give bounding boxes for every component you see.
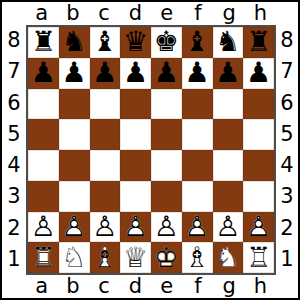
square-e3[interactable] xyxy=(151,181,182,212)
file-label-a: a xyxy=(26,275,57,298)
square-d2[interactable]: ♟♙ xyxy=(120,212,151,243)
piece-white-pawn: ♟♙ xyxy=(90,212,121,243)
square-g6[interactable] xyxy=(213,89,244,120)
square-d4[interactable] xyxy=(120,150,151,181)
file-label-d: d xyxy=(120,2,151,25)
rank-label-6: 6 xyxy=(2,88,26,119)
piece-white-rook: ♜♖ xyxy=(28,242,59,273)
piece-black-pawn: ♟ xyxy=(151,58,182,89)
piece-white-knight: ♞♘ xyxy=(59,242,90,273)
square-a6[interactable] xyxy=(28,89,59,120)
chess-board: ♜♞♝♛♚♝♞♜♟♟♟♟♟♟♟♟♟♙♟♙♟♙♟♙♟♙♟♙♟♙♟♙♜♖♞♘♝♗♛♕… xyxy=(26,25,276,275)
piece-white-queen: ♛♕ xyxy=(120,242,151,273)
square-a7[interactable]: ♟ xyxy=(28,58,59,89)
rank-label-4: 4 xyxy=(2,150,26,181)
square-b4[interactable] xyxy=(59,150,90,181)
piece-black-bishop: ♝ xyxy=(90,27,121,58)
piece-white-bishop: ♝♗ xyxy=(90,242,121,273)
file-label-c: c xyxy=(89,275,120,298)
piece-black-pawn: ♟ xyxy=(243,58,274,89)
file-label-e: e xyxy=(151,2,182,25)
square-a2[interactable]: ♟♙ xyxy=(28,212,59,243)
square-d3[interactable] xyxy=(120,181,151,212)
square-c6[interactable] xyxy=(90,89,121,120)
square-f3[interactable] xyxy=(182,181,213,212)
piece-black-pawn: ♟ xyxy=(59,58,90,89)
piece-white-rook: ♜♖ xyxy=(243,242,274,273)
rank-label-5: 5 xyxy=(2,119,26,150)
piece-white-pawn: ♟♙ xyxy=(243,212,274,243)
square-e4[interactable] xyxy=(151,150,182,181)
rank-labels-left: 87654321 xyxy=(2,25,26,275)
rank-label-3: 3 xyxy=(2,181,26,212)
rank-label-7: 7 xyxy=(276,56,298,87)
square-f2[interactable]: ♟♙ xyxy=(182,212,213,243)
square-a8[interactable]: ♜ xyxy=(28,27,59,58)
file-label-f: f xyxy=(182,275,213,298)
square-c7[interactable]: ♟ xyxy=(90,58,121,89)
square-g7[interactable]: ♟ xyxy=(213,58,244,89)
rank-label-5: 5 xyxy=(276,119,298,150)
square-b3[interactable] xyxy=(59,181,90,212)
piece-black-knight: ♞ xyxy=(213,27,244,58)
square-h2[interactable]: ♟♙ xyxy=(243,212,274,243)
square-e5[interactable] xyxy=(151,119,182,150)
rank-label-3: 3 xyxy=(276,181,298,212)
square-f4[interactable] xyxy=(182,150,213,181)
chessboard-diagram: abcdefgh 87654321 ♜♞♝♛♚♝♞♜♟♟♟♟♟♟♟♟♟♙♟♙♟♙… xyxy=(0,0,300,300)
square-g4[interactable] xyxy=(213,150,244,181)
file-label-b: b xyxy=(57,275,88,298)
square-d7[interactable]: ♟ xyxy=(120,58,151,89)
piece-black-knight: ♞ xyxy=(59,27,90,58)
square-a5[interactable] xyxy=(28,119,59,150)
file-label-b: b xyxy=(57,2,88,25)
square-h6[interactable] xyxy=(243,89,274,120)
square-c3[interactable] xyxy=(90,181,121,212)
rank-label-7: 7 xyxy=(2,56,26,87)
piece-black-rook: ♜ xyxy=(28,27,59,58)
piece-black-pawn: ♟ xyxy=(90,58,121,89)
piece-black-pawn: ♟ xyxy=(120,58,151,89)
square-h7[interactable]: ♟ xyxy=(243,58,274,89)
piece-black-rook: ♜ xyxy=(243,27,274,58)
square-a1[interactable]: ♜♖ xyxy=(28,242,59,273)
piece-white-king: ♚♔ xyxy=(151,242,182,273)
square-g2[interactable]: ♟♙ xyxy=(213,212,244,243)
file-label-g: g xyxy=(214,2,245,25)
square-c5[interactable] xyxy=(90,119,121,150)
square-a3[interactable] xyxy=(28,181,59,212)
square-a4[interactable] xyxy=(28,150,59,181)
square-f8[interactable]: ♝ xyxy=(182,27,213,58)
square-b5[interactable] xyxy=(59,119,90,150)
square-e6[interactable] xyxy=(151,89,182,120)
square-h8[interactable]: ♜ xyxy=(243,27,274,58)
square-d8[interactable]: ♛ xyxy=(120,27,151,58)
square-f1[interactable]: ♝♗ xyxy=(182,242,213,273)
file-label-g: g xyxy=(214,275,245,298)
square-d6[interactable] xyxy=(120,89,151,120)
square-c4[interactable] xyxy=(90,150,121,181)
square-g5[interactable] xyxy=(213,119,244,150)
file-label-h: h xyxy=(245,2,276,25)
rank-label-1: 1 xyxy=(276,244,298,275)
piece-white-knight: ♞♘ xyxy=(213,242,244,273)
rank-label-8: 8 xyxy=(276,25,298,56)
rank-label-6: 6 xyxy=(276,88,298,119)
file-label-a: a xyxy=(26,2,57,25)
rank-label-1: 1 xyxy=(2,244,26,275)
rank-label-2: 2 xyxy=(2,213,26,244)
piece-black-pawn: ♟ xyxy=(28,58,59,89)
piece-white-pawn: ♟♙ xyxy=(182,212,213,243)
square-c2[interactable]: ♟♙ xyxy=(90,212,121,243)
square-h3[interactable] xyxy=(243,181,274,212)
file-labels-top: abcdefgh xyxy=(26,2,276,25)
file-label-d: d xyxy=(120,275,151,298)
square-e1[interactable]: ♚♔ xyxy=(151,242,182,273)
piece-black-bishop: ♝ xyxy=(182,27,213,58)
square-e7[interactable]: ♟ xyxy=(151,58,182,89)
file-label-h: h xyxy=(245,275,276,298)
square-e8[interactable]: ♚ xyxy=(151,27,182,58)
piece-black-king: ♚ xyxy=(151,27,182,58)
piece-white-pawn: ♟♙ xyxy=(151,212,182,243)
rank-label-2: 2 xyxy=(276,213,298,244)
square-f6[interactable] xyxy=(182,89,213,120)
square-d1[interactable]: ♛♕ xyxy=(120,242,151,273)
rank-label-4: 4 xyxy=(276,150,298,181)
file-label-e: e xyxy=(151,275,182,298)
piece-black-pawn: ♟ xyxy=(213,58,244,89)
square-h4[interactable] xyxy=(243,150,274,181)
square-g3[interactable] xyxy=(213,181,244,212)
square-f5[interactable] xyxy=(182,119,213,150)
square-b1[interactable]: ♞♘ xyxy=(59,242,90,273)
piece-black-queen: ♛ xyxy=(120,27,151,58)
piece-white-bishop: ♝♗ xyxy=(182,242,213,273)
square-c1[interactable]: ♝♗ xyxy=(90,242,121,273)
square-e2[interactable]: ♟♙ xyxy=(151,212,182,243)
rank-labels-right: 87654321 xyxy=(276,25,298,275)
square-h1[interactable]: ♜♖ xyxy=(243,242,274,273)
square-f7[interactable]: ♟ xyxy=(182,58,213,89)
square-b6[interactable] xyxy=(59,89,90,120)
piece-white-pawn: ♟♙ xyxy=(28,212,59,243)
square-c8[interactable]: ♝ xyxy=(90,27,121,58)
square-b8[interactable]: ♞ xyxy=(59,27,90,58)
square-h5[interactable] xyxy=(243,119,274,150)
square-g8[interactable]: ♞ xyxy=(213,27,244,58)
file-label-c: c xyxy=(89,2,120,25)
piece-white-pawn: ♟♙ xyxy=(213,212,244,243)
square-b7[interactable]: ♟ xyxy=(59,58,90,89)
square-d5[interactable] xyxy=(120,119,151,150)
square-g1[interactable]: ♞♘ xyxy=(213,242,244,273)
file-label-f: f xyxy=(182,2,213,25)
file-labels-bottom: abcdefgh xyxy=(26,275,276,298)
square-b2[interactable]: ♟♙ xyxy=(59,212,90,243)
rank-label-8: 8 xyxy=(2,25,26,56)
piece-white-pawn: ♟♙ xyxy=(59,212,90,243)
piece-white-pawn: ♟♙ xyxy=(120,212,151,243)
piece-black-pawn: ♟ xyxy=(182,58,213,89)
